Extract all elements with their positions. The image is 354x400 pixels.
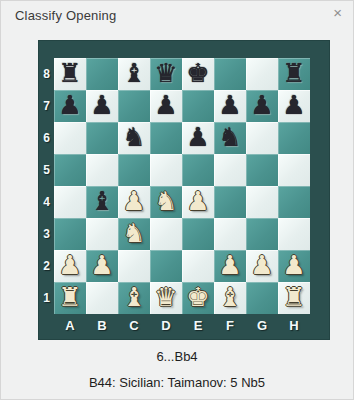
- black-knight-f6: ♞: [214, 122, 246, 154]
- rank-label-2: 2: [39, 250, 54, 282]
- square-c2: [118, 250, 150, 282]
- square-h5: [278, 154, 310, 186]
- black-king-e8: ♚: [182, 58, 214, 90]
- white-pawn-h2: ♟: [278, 250, 310, 282]
- file-label-g: G: [246, 314, 278, 339]
- square-h1: ♜: [278, 282, 310, 314]
- white-queen-d1: ♛: [150, 282, 182, 314]
- square-h2: ♟: [278, 250, 310, 282]
- file-label-b: B: [86, 314, 118, 339]
- square-f1: ♝: [214, 282, 246, 314]
- white-knight-d4: ♞: [150, 186, 182, 218]
- black-pawn-b7: ♟: [86, 90, 118, 122]
- square-h7: ♟: [278, 90, 310, 122]
- white-rook-h1: ♜: [278, 282, 310, 314]
- black-bishop-c8: ♝: [118, 58, 150, 90]
- white-pawn-b2: ♟: [86, 250, 118, 282]
- square-c8: ♝: [118, 58, 150, 90]
- black-pawn-g7: ♟: [246, 90, 278, 122]
- board-squares: ♜♝♛♚♜♟♟♟♟♟♟♞♟♞♝♟♞♟♞♟♟♟♟♟♜♝♛♚♝♜: [54, 58, 310, 314]
- square-a4: [54, 186, 86, 218]
- black-rook-h8: ♜: [278, 58, 310, 90]
- white-pawn-g2: ♟: [246, 250, 278, 282]
- white-bishop-c1: ♝: [118, 282, 150, 314]
- file-label-f: F: [214, 314, 246, 339]
- black-pawn-e6: ♟: [182, 122, 214, 154]
- square-d6: [150, 122, 182, 154]
- rank-labels: 87654321: [39, 58, 54, 314]
- rank-label-8: 8: [39, 58, 54, 90]
- square-g4: [246, 186, 278, 218]
- black-rook-a8: ♜: [54, 58, 86, 90]
- file-label-h: H: [278, 314, 310, 339]
- square-h8: ♜: [278, 58, 310, 90]
- square-e6: ♟: [182, 122, 214, 154]
- square-e1: ♚: [182, 282, 214, 314]
- white-pawn-e4: ♟: [182, 186, 214, 218]
- rank-label-7: 7: [39, 90, 54, 122]
- square-c5: [118, 154, 150, 186]
- square-f7: ♟: [214, 90, 246, 122]
- square-f5: [214, 154, 246, 186]
- square-h4: [278, 186, 310, 218]
- black-queen-d8: ♛: [150, 58, 182, 90]
- square-g6: [246, 122, 278, 154]
- square-a2: ♟: [54, 250, 86, 282]
- black-pawn-d7: ♟: [150, 90, 182, 122]
- square-e8: ♚: [182, 58, 214, 90]
- rank-label-3: 3: [39, 218, 54, 250]
- square-b2: ♟: [86, 250, 118, 282]
- square-c3: ♞: [118, 218, 150, 250]
- square-g7: ♟: [246, 90, 278, 122]
- square-g1: [246, 282, 278, 314]
- black-pawn-f7: ♟: [214, 90, 246, 122]
- square-f3: [214, 218, 246, 250]
- square-d3: [150, 218, 182, 250]
- square-e2: [182, 250, 214, 282]
- black-bishop-b4: ♝: [86, 186, 118, 218]
- file-labels: ABCDEFGH: [54, 314, 310, 339]
- close-icon[interactable]: ×: [330, 4, 345, 22]
- square-a6: [54, 122, 86, 154]
- square-b5: [86, 154, 118, 186]
- square-d7: ♟: [150, 90, 182, 122]
- square-c1: ♝: [118, 282, 150, 314]
- square-b4: ♝: [86, 186, 118, 218]
- square-b1: [86, 282, 118, 314]
- square-e4: ♟: [182, 186, 214, 218]
- file-label-d: D: [150, 314, 182, 339]
- rank-label-1: 1: [39, 282, 54, 314]
- white-pawn-c4: ♟: [118, 186, 150, 218]
- rank-label-5: 5: [39, 154, 54, 186]
- square-e7: [182, 90, 214, 122]
- square-f8: [214, 58, 246, 90]
- file-label-a: A: [54, 314, 86, 339]
- chess-board: 87654321 ♜♝♛♚♜♟♟♟♟♟♟♞♟♞♝♟♞♟♞♟♟♟♟♟♜♝♛♚♝♜ …: [39, 41, 329, 339]
- square-b6: [86, 122, 118, 154]
- square-a8: ♜: [54, 58, 86, 90]
- square-f6: ♞: [214, 122, 246, 154]
- square-a7: ♟: [54, 90, 86, 122]
- square-c6: ♞: [118, 122, 150, 154]
- square-b7: ♟: [86, 90, 118, 122]
- square-d5: [150, 154, 182, 186]
- square-h3: [278, 218, 310, 250]
- file-label-c: C: [118, 314, 150, 339]
- square-c4: ♟: [118, 186, 150, 218]
- dialog-titlebar[interactable]: Classify Opening ×: [1, 1, 353, 27]
- square-h6: [278, 122, 310, 154]
- square-d1: ♛: [150, 282, 182, 314]
- square-b3: [86, 218, 118, 250]
- dialog-title: Classify Opening: [15, 8, 116, 23]
- square-f4: [214, 186, 246, 218]
- square-f2: ♟: [214, 250, 246, 282]
- file-label-e: E: [182, 314, 214, 339]
- square-a5: [54, 154, 86, 186]
- square-g3: [246, 218, 278, 250]
- white-pawn-a2: ♟: [54, 250, 86, 282]
- rank-label-6: 6: [39, 122, 54, 154]
- white-rook-a1: ♜: [54, 282, 86, 314]
- rank-label-4: 4: [39, 186, 54, 218]
- square-e3: [182, 218, 214, 250]
- black-pawn-a7: ♟: [54, 90, 86, 122]
- square-g8: [246, 58, 278, 90]
- square-a1: ♜: [54, 282, 86, 314]
- square-d2: [150, 250, 182, 282]
- white-knight-c3: ♞: [118, 218, 150, 250]
- white-bishop-f1: ♝: [214, 282, 246, 314]
- white-king-e1: ♚: [182, 282, 214, 314]
- white-pawn-f2: ♟: [214, 250, 246, 282]
- square-c7: [118, 90, 150, 122]
- square-b8: [86, 58, 118, 90]
- black-pawn-h7: ♟: [278, 90, 310, 122]
- last-move-label: 6...Bb4: [1, 349, 353, 364]
- square-d8: ♛: [150, 58, 182, 90]
- square-g2: ♟: [246, 250, 278, 282]
- square-g5: [246, 154, 278, 186]
- square-d4: ♞: [150, 186, 182, 218]
- square-a3: [54, 218, 86, 250]
- opening-classification-label: B44: Sicilian: Taimanov: 5 Nb5: [1, 375, 353, 390]
- square-e5: [182, 154, 214, 186]
- black-knight-c6: ♞: [118, 122, 150, 154]
